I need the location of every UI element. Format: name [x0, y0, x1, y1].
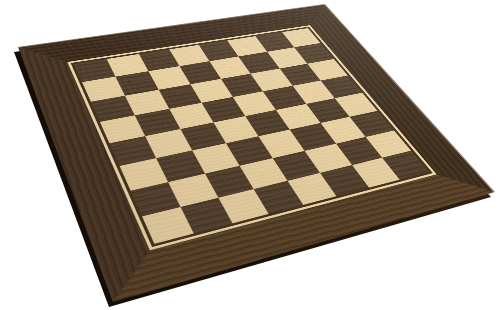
product-photo [0, 0, 500, 310]
